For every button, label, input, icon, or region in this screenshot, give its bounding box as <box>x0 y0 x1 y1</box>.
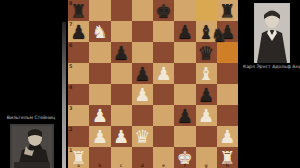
square-b5[interactable] <box>89 63 110 84</box>
video-frame: { "game": "chess", "scene": "historical … <box>0 0 300 168</box>
square-h6[interactable] <box>217 42 238 63</box>
square-e4[interactable] <box>153 84 174 105</box>
square-e3[interactable] <box>153 105 174 126</box>
file-label-h: h <box>217 163 238 168</box>
anderssen-photo <box>254 3 290 63</box>
piece-wP-h2[interactable]: ♟ <box>217 126 238 147</box>
square-b8[interactable] <box>89 0 110 21</box>
square-f4[interactable] <box>174 84 195 105</box>
piece-wP-c2[interactable]: ♟ <box>111 126 132 147</box>
piece-wP-b2[interactable]: ♟ <box>89 126 110 147</box>
file-label-e: e <box>153 163 174 168</box>
file-label-d: d <box>132 163 153 168</box>
piece-bQ-g6[interactable]: ♛ <box>196 42 217 63</box>
square-e5[interactable]: ♟ <box>153 63 174 84</box>
square-h4[interactable] <box>217 84 238 105</box>
square-c6[interactable]: ♟ <box>111 42 132 63</box>
square-b4[interactable] <box>89 84 110 105</box>
square-f2[interactable] <box>174 126 195 147</box>
square-f5[interactable] <box>174 63 195 84</box>
rank-label-6: 6 <box>69 42 72 48</box>
file-label-f: f <box>174 163 195 168</box>
piece-wP-d4[interactable]: ♟ <box>132 84 153 105</box>
piece-bR-h8[interactable]: ♜ <box>217 0 238 21</box>
square-g1[interactable]: g <box>196 147 217 168</box>
piece-bP-c6[interactable]: ♟ <box>111 42 132 63</box>
square-d5[interactable]: ♟ <box>132 63 153 84</box>
square-h8[interactable]: ♜ <box>217 0 238 21</box>
piece-bP-f3[interactable]: ♟ <box>174 105 195 126</box>
square-a2[interactable]: 2 <box>68 126 89 147</box>
piece-wB-g5[interactable]: ♝ <box>196 63 217 84</box>
piece-wP-b3[interactable]: ♟ <box>89 105 110 126</box>
square-g5[interactable]: ♝ <box>196 63 217 84</box>
piece-bP-d5[interactable]: ♟ <box>132 63 153 84</box>
file-label-c: c <box>111 163 132 168</box>
file-label-g: g <box>196 163 217 168</box>
rank-label-8: 8 <box>69 0 72 6</box>
square-g4[interactable]: ♟ <box>196 84 217 105</box>
square-h2[interactable]: ♟ <box>217 126 238 147</box>
square-c1[interactable]: c <box>111 147 132 168</box>
square-g8[interactable] <box>196 0 217 21</box>
square-d1[interactable]: d <box>132 147 153 168</box>
white-player-name: Вильгельм Стейниц <box>6 115 56 121</box>
square-d2[interactable]: ♛ <box>132 126 153 147</box>
square-c7[interactable] <box>111 21 132 42</box>
square-f8[interactable] <box>174 0 195 21</box>
square-f3[interactable]: ♟ <box>174 105 195 126</box>
square-d3[interactable] <box>132 105 153 126</box>
black-player-portrait-block: Карл Эрнст Адольф Андерсен <box>243 2 297 70</box>
square-c5[interactable] <box>111 63 132 84</box>
animating-black-knight: ♞ <box>208 24 229 45</box>
piece-wN-b7[interactable]: ♞ <box>89 21 110 42</box>
square-g6[interactable]: ♛ <box>196 42 217 63</box>
square-a8[interactable]: ♜8 <box>68 0 89 21</box>
piece-wQ-d2[interactable]: ♛ <box>132 126 153 147</box>
rank-label-1: 1 <box>69 147 72 153</box>
square-h5[interactable] <box>217 63 238 84</box>
piece-bP-f7[interactable]: ♟ <box>174 21 195 42</box>
square-h1[interactable]: ♜h <box>217 147 238 168</box>
square-a5[interactable]: 5 <box>68 63 89 84</box>
square-b6[interactable] <box>89 42 110 63</box>
square-d6[interactable] <box>132 42 153 63</box>
square-c8[interactable] <box>111 0 132 21</box>
square-d4[interactable]: ♟ <box>132 84 153 105</box>
rank-label-2: 2 <box>69 126 72 132</box>
square-g3[interactable]: ♟ <box>196 105 217 126</box>
piece-bP-g4[interactable]: ♟ <box>196 84 217 105</box>
rank-label-5: 5 <box>69 63 72 69</box>
square-a1[interactable]: ♜1a <box>68 147 89 168</box>
square-d8[interactable] <box>132 0 153 21</box>
rank-label-4: 4 <box>69 84 72 90</box>
square-e8[interactable]: ♚ <box>153 0 174 21</box>
square-d7[interactable] <box>132 21 153 42</box>
square-c4[interactable] <box>111 84 132 105</box>
square-e7[interactable] <box>153 21 174 42</box>
square-f7[interactable]: ♟ <box>174 21 195 42</box>
piece-wP-e5[interactable]: ♟ <box>153 63 174 84</box>
square-h3[interactable] <box>217 105 238 126</box>
square-b7[interactable]: ♞ <box>89 21 110 42</box>
square-c3[interactable] <box>111 105 132 126</box>
square-e2[interactable] <box>153 126 174 147</box>
square-b1[interactable]: b <box>89 147 110 168</box>
piece-bK-e8[interactable]: ♚ <box>153 0 174 21</box>
square-b2[interactable]: ♟ <box>89 126 110 147</box>
square-a7[interactable]: ♟7 <box>68 21 89 42</box>
steinitz-photo <box>10 124 54 168</box>
black-player-name: Карл Эрнст Адольф Андерсен <box>243 64 297 70</box>
square-f6[interactable] <box>174 42 195 63</box>
square-a3[interactable]: 3 <box>68 105 89 126</box>
square-b3[interactable]: ♟ <box>89 105 110 126</box>
rank-label-7: 7 <box>69 21 72 27</box>
square-a4[interactable]: 4 <box>68 84 89 105</box>
square-e6[interactable] <box>153 42 174 63</box>
square-g2[interactable] <box>196 126 217 147</box>
white-player-portrait-block: Вильгельм Стейниц <box>6 115 56 168</box>
rank-label-3: 3 <box>69 105 72 111</box>
square-a6[interactable]: 6 <box>68 42 89 63</box>
square-f1[interactable]: ♚f <box>174 147 195 168</box>
square-e1[interactable]: e <box>153 147 174 168</box>
piece-wP-g3[interactable]: ♟ <box>196 105 217 126</box>
square-c2[interactable]: ♟ <box>111 126 132 147</box>
file-label-a: a <box>68 163 89 168</box>
board-edge-strip <box>62 22 66 168</box>
file-label-b: b <box>89 163 110 168</box>
